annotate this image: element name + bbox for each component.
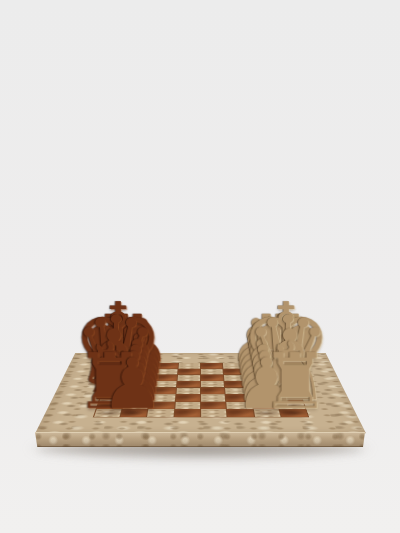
pawn-glyph: ♟ [113, 311, 172, 370]
piece-contact-shadow [274, 388, 302, 393]
queen-glyph: ♛ [68, 303, 163, 398]
piece-white-rook: ♜ [256, 337, 332, 413]
piece-contact-shadow [249, 395, 277, 400]
rook-glyph: ♜ [248, 306, 313, 371]
piece-contact-shadow [250, 403, 279, 409]
piece-white-pawn: ♟ [226, 307, 285, 366]
chess-board-slab: ♜♞♝♛♚♝♞♜♟♟♟♟♟♟♟♟♟♟♟♟♟♟♟♟♜♞♝♛♚♝♞♜ [35, 353, 366, 433]
piece-black-bishop: ♝ [70, 311, 157, 398]
piece-white-knight: ♞ [246, 300, 318, 372]
piece-contact-shadow [243, 364, 268, 368]
square-g4 [200, 369, 222, 375]
square-g6 [154, 369, 177, 375]
piece-contact-shadow [276, 395, 305, 400]
board-front-edge [35, 432, 365, 447]
piece-contact-shadow [119, 403, 148, 409]
square-g5 [177, 369, 199, 375]
pieces-layer: ♜♞♝♛♚♝♞♜♟♟♟♟♟♟♟♟♟♟♟♟♟♟♟♟♜♞♝♛♚♝♞♜ [35, 353, 366, 433]
piece-white-rook: ♜ [248, 301, 313, 366]
piece-black-pawn: ♟ [113, 307, 172, 366]
piece-contact-shadow [271, 375, 298, 380]
piece-contact-shadow [123, 388, 150, 393]
piece-white-bishop: ♝ [246, 311, 333, 398]
piece-contact-shadow [278, 403, 307, 409]
piece-contact-shadow [121, 395, 149, 400]
piece-black-rook: ♜ [90, 301, 155, 366]
piece-contact-shadow [251, 410, 281, 416]
piece-black-pawn: ♟ [111, 311, 171, 371]
piece-contact-shadow [244, 369, 269, 373]
rook-glyph: ♜ [90, 306, 155, 371]
pawn-glyph: ♟ [231, 349, 301, 419]
piece-contact-shadow [280, 410, 310, 416]
piece-contact-shadow [247, 388, 274, 393]
scene: ♜♞♝♛♚♝♞♜♟♟♟♟♟♟♟♟♟♟♟♟♟♟♟♟♜♞♝♛♚♝♞♜ [0, 0, 400, 533]
piece-contact-shadow [127, 375, 153, 380]
product-photo-backdrop: ♜♞♝♛♚♝♞♜♟♟♟♟♟♟♟♟♟♟♟♟♟♟♟♟♜♞♝♛♚♝♞♜ [0, 0, 400, 533]
pawn-glyph: ♟ [97, 349, 167, 419]
square-g3 [223, 369, 246, 375]
piece-contact-shadow [269, 369, 295, 373]
piece-contact-shadow [268, 364, 293, 368]
piece-contact-shadow [130, 364, 155, 368]
piece-contact-shadow [117, 410, 147, 416]
piece-contact-shadow [128, 369, 154, 373]
piece-black-knight: ♞ [85, 300, 157, 372]
queen-glyph: ♛ [240, 303, 335, 398]
pawn-glyph: ♟ [226, 311, 285, 370]
piece-white-pawn: ♟ [227, 311, 287, 371]
piece-contact-shadow [245, 375, 271, 380]
